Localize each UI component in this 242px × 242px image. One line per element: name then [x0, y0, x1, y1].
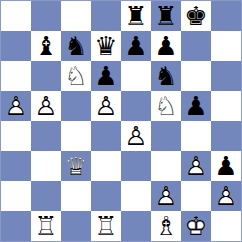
square-f7[interactable]: ♟	[151, 31, 181, 61]
square-b2[interactable]	[31, 181, 61, 211]
square-c8[interactable]	[61, 1, 91, 31]
square-c3[interactable]: ♛♕	[61, 151, 91, 181]
piece-fill-layer: ♟	[211, 151, 241, 181]
piece-fill-layer: ♟	[121, 31, 151, 61]
square-h7[interactable]	[211, 31, 241, 61]
piece-fill-layer: ♜	[151, 1, 181, 31]
square-h3[interactable]: ♟	[211, 151, 241, 181]
piece-outline-layer: ♙	[151, 181, 181, 211]
square-e1[interactable]	[121, 211, 151, 241]
square-c7[interactable]: ♞	[61, 31, 91, 61]
black-knight-icon[interactable]: ♞	[151, 61, 181, 91]
square-h2[interactable]: ♟♙	[211, 181, 241, 211]
square-g3[interactable]: ♟♙	[181, 151, 211, 181]
square-b7[interactable]: ♝	[31, 31, 61, 61]
black-bishop-icon[interactable]: ♝	[31, 31, 61, 61]
piece-fill-layer: ♛	[91, 31, 121, 61]
piece-outline-layer: ♘	[151, 91, 181, 121]
square-a7[interactable]	[1, 31, 31, 61]
white-rook-icon[interactable]: ♜♖	[91, 211, 121, 241]
square-g2[interactable]	[181, 181, 211, 211]
piece-fill-layer: ♞	[61, 31, 91, 61]
square-e7[interactable]: ♟	[121, 31, 151, 61]
square-e2[interactable]	[121, 181, 151, 211]
piece-outline-layer: ♖	[31, 211, 61, 241]
piece-fill-layer: ♞	[151, 61, 181, 91]
square-g7[interactable]	[181, 31, 211, 61]
square-g6[interactable]	[181, 61, 211, 91]
square-f2[interactable]: ♟♙	[151, 181, 181, 211]
square-h5[interactable]	[211, 91, 241, 121]
square-e8[interactable]: ♜	[121, 1, 151, 31]
white-pawn-icon[interactable]: ♟♙	[211, 181, 241, 211]
black-pawn-icon[interactable]: ♟	[181, 91, 211, 121]
square-c2[interactable]	[61, 181, 91, 211]
black-rook-icon[interactable]: ♜	[151, 1, 181, 31]
piece-outline-layer: ♙	[211, 181, 241, 211]
square-f8[interactable]: ♜	[151, 1, 181, 31]
square-d5[interactable]: ♟♙	[91, 91, 121, 121]
piece-fill-layer: ♜	[121, 1, 151, 31]
piece-outline-layer: ♘	[61, 61, 91, 91]
square-c6[interactable]: ♞♘	[61, 61, 91, 91]
square-a4[interactable]	[1, 121, 31, 151]
white-king-icon[interactable]: ♚♔	[181, 211, 211, 241]
square-g4[interactable]	[181, 121, 211, 151]
square-d8[interactable]	[91, 1, 121, 31]
white-pawn-icon[interactable]: ♟♙	[31, 91, 61, 121]
white-pawn-icon[interactable]: ♟♙	[151, 181, 181, 211]
white-knight-icon[interactable]: ♞♘	[61, 61, 91, 91]
square-g8[interactable]: ♚	[181, 1, 211, 31]
square-f6[interactable]: ♞	[151, 61, 181, 91]
square-f3[interactable]	[151, 151, 181, 181]
square-f1[interactable]: ♝♗	[151, 211, 181, 241]
black-pawn-icon[interactable]: ♟	[121, 31, 151, 61]
square-b1[interactable]: ♜♖	[31, 211, 61, 241]
square-d1[interactable]: ♜♖	[91, 211, 121, 241]
piece-outline-layer: ♖	[91, 211, 121, 241]
square-g5[interactable]: ♟	[181, 91, 211, 121]
square-h1[interactable]	[211, 211, 241, 241]
square-a2[interactable]	[1, 181, 31, 211]
piece-outline-layer: ♙	[31, 91, 61, 121]
square-b8[interactable]	[31, 1, 61, 31]
square-g1[interactable]: ♚♔	[181, 211, 211, 241]
square-b6[interactable]	[31, 61, 61, 91]
white-pawn-icon[interactable]: ♟♙	[91, 91, 121, 121]
white-bishop-icon[interactable]: ♝♗	[151, 211, 181, 241]
square-h4[interactable]	[211, 121, 241, 151]
black-pawn-icon[interactable]: ♟	[151, 31, 181, 61]
black-knight-icon[interactable]: ♞	[61, 31, 91, 61]
piece-fill-layer: ♚	[181, 1, 211, 31]
square-e6[interactable]	[121, 61, 151, 91]
white-pawn-icon[interactable]: ♟♙	[1, 91, 31, 121]
piece-outline-layer: ♙	[121, 121, 151, 151]
square-d6[interactable]: ♟	[91, 61, 121, 91]
square-a8[interactable]	[1, 1, 31, 31]
square-b4[interactable]	[31, 121, 61, 151]
piece-fill-layer: ♝	[31, 31, 61, 61]
piece-fill-layer: ♟	[151, 31, 181, 61]
black-queen-icon[interactable]: ♛	[91, 31, 121, 61]
white-pawn-icon[interactable]: ♟♙	[121, 121, 151, 151]
black-rook-icon[interactable]: ♜	[121, 1, 151, 31]
black-pawn-icon[interactable]: ♟	[211, 151, 241, 181]
square-f4[interactable]	[151, 121, 181, 151]
square-f5[interactable]: ♞♘	[151, 91, 181, 121]
square-h8[interactable]	[211, 1, 241, 31]
square-d3[interactable]	[91, 151, 121, 181]
piece-fill-layer: ♟	[91, 61, 121, 91]
piece-outline-layer: ♔	[181, 211, 211, 241]
piece-outline-layer: ♙	[91, 91, 121, 121]
square-a5[interactable]: ♟♙	[1, 91, 31, 121]
square-a3[interactable]	[1, 151, 31, 181]
square-c1[interactable]	[61, 211, 91, 241]
square-c5[interactable]	[61, 91, 91, 121]
square-e4[interactable]: ♟♙	[121, 121, 151, 151]
chess-board: ♜♜♚♝♞♛♟♟♞♘♟♞♟♙♟♙♟♙♞♘♟♟♙♛♕♟♙♟♟♙♟♙♜♖♜♖♝♗♚♔	[0, 0, 242, 242]
square-c4[interactable]	[61, 121, 91, 151]
piece-fill-layer: ♟	[181, 91, 211, 121]
square-b5[interactable]: ♟♙	[31, 91, 61, 121]
square-e3[interactable]	[121, 151, 151, 181]
square-e5[interactable]	[121, 91, 151, 121]
white-queen-icon[interactable]: ♛♕	[61, 151, 91, 181]
square-d7[interactable]: ♛	[91, 31, 121, 61]
square-h6[interactable]	[211, 61, 241, 91]
piece-outline-layer: ♙	[1, 91, 31, 121]
white-pawn-icon[interactable]: ♟♙	[181, 151, 211, 181]
black-pawn-icon[interactable]: ♟	[91, 61, 121, 91]
piece-outline-layer: ♗	[151, 211, 181, 241]
square-d2[interactable]	[91, 181, 121, 211]
square-a1[interactable]	[1, 211, 31, 241]
white-rook-icon[interactable]: ♜♖	[31, 211, 61, 241]
square-a6[interactable]	[1, 61, 31, 91]
square-b3[interactable]	[31, 151, 61, 181]
black-king-icon[interactable]: ♚	[181, 1, 211, 31]
piece-outline-layer: ♕	[61, 151, 91, 181]
piece-outline-layer: ♙	[181, 151, 211, 181]
square-d4[interactable]	[91, 121, 121, 151]
white-knight-icon[interactable]: ♞♘	[151, 91, 181, 121]
